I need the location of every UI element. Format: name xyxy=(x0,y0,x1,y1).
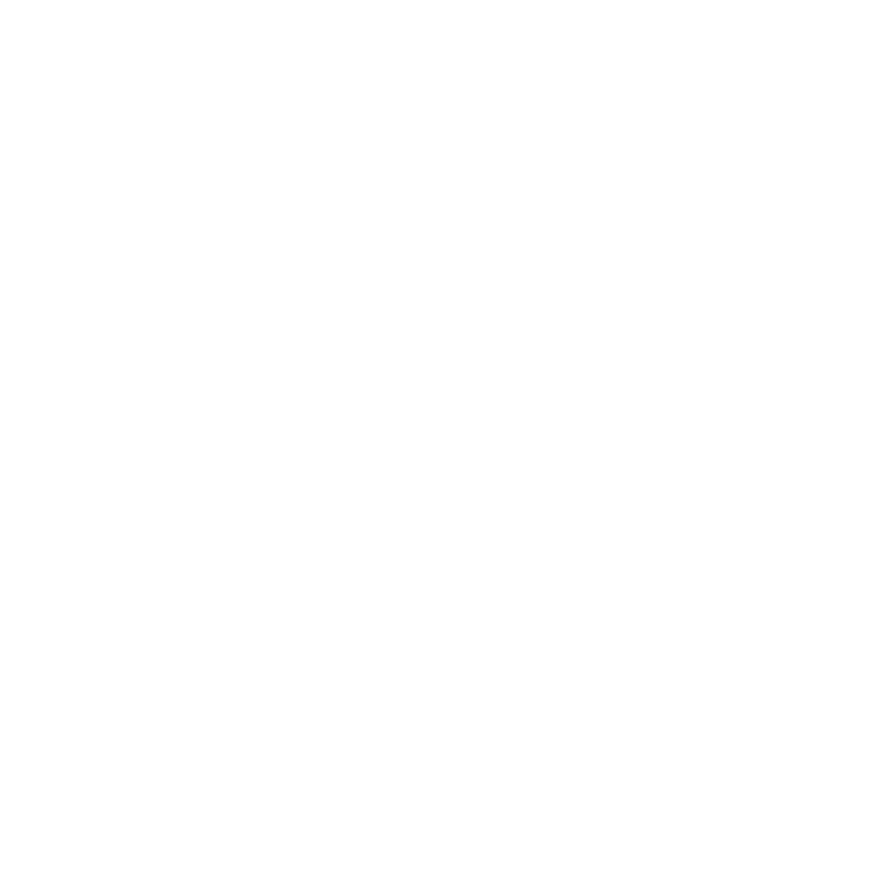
go-board[interactable] xyxy=(30,30,877,880)
go-diagram-page: { "game": "go", "board": { "size": 19, "… xyxy=(0,0,877,880)
